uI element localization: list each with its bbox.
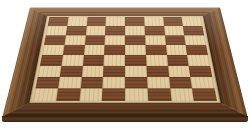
square-r8c7 bbox=[170, 89, 194, 101]
board-frame-top bbox=[28, 7, 222, 15]
square-r6c8 bbox=[189, 66, 212, 77]
square-r5c2 bbox=[61, 55, 83, 66]
square-r7c8 bbox=[190, 77, 214, 89]
square-r2c2 bbox=[66, 26, 87, 35]
square-r5c3 bbox=[82, 55, 104, 66]
square-r8c1 bbox=[33, 89, 58, 101]
square-r2c7 bbox=[164, 26, 185, 35]
square-r7c4 bbox=[103, 77, 125, 89]
square-r5c6 bbox=[146, 55, 168, 66]
square-r7c6 bbox=[147, 77, 170, 89]
square-r4c3 bbox=[84, 45, 105, 55]
product-photo bbox=[0, 0, 250, 134]
square-r8c8 bbox=[192, 89, 217, 101]
square-r8c2 bbox=[56, 89, 80, 101]
square-r1c5 bbox=[125, 17, 144, 26]
square-r1c4 bbox=[106, 17, 125, 26]
square-r7c7 bbox=[169, 77, 193, 89]
square-r1c2 bbox=[67, 17, 87, 26]
square-r1c1 bbox=[48, 17, 69, 26]
square-r5c5 bbox=[125, 55, 146, 66]
square-r6c1 bbox=[38, 66, 61, 77]
square-r7c3 bbox=[80, 77, 103, 89]
square-r8c6 bbox=[147, 89, 171, 101]
square-r1c3 bbox=[86, 17, 106, 26]
square-r1c7 bbox=[163, 17, 183, 26]
square-r7c1 bbox=[35, 77, 59, 89]
square-r5c1 bbox=[40, 55, 63, 66]
square-r2c5 bbox=[125, 26, 145, 35]
square-r8c5 bbox=[125, 89, 148, 101]
board-side-edge bbox=[2, 116, 248, 122]
chess-board bbox=[3, 7, 248, 116]
perspective-stage bbox=[0, 0, 250, 122]
square-r1c8 bbox=[182, 17, 203, 26]
square-r8c3 bbox=[79, 89, 103, 101]
square-r6c7 bbox=[168, 66, 191, 77]
square-r6c5 bbox=[125, 66, 147, 77]
square-r3c6 bbox=[145, 35, 166, 45]
square-r2c4 bbox=[105, 26, 125, 35]
square-r3c8 bbox=[184, 35, 206, 45]
square-r6c4 bbox=[103, 66, 125, 77]
square-r4c5 bbox=[125, 45, 146, 55]
square-r4c1 bbox=[42, 45, 64, 55]
square-r1c6 bbox=[144, 17, 164, 26]
square-r2c6 bbox=[144, 26, 164, 35]
square-r4c7 bbox=[166, 45, 188, 55]
square-r6c3 bbox=[81, 66, 103, 77]
square-r8c4 bbox=[102, 89, 125, 101]
square-r6c2 bbox=[60, 66, 83, 77]
square-r2c8 bbox=[183, 26, 204, 35]
square-r4c4 bbox=[104, 45, 125, 55]
square-r5c4 bbox=[104, 55, 125, 66]
square-r5c7 bbox=[167, 55, 189, 66]
square-r2c3 bbox=[85, 26, 105, 35]
board-squares bbox=[33, 17, 217, 101]
square-r3c5 bbox=[125, 35, 145, 45]
square-r2c1 bbox=[46, 26, 67, 35]
square-r4c2 bbox=[63, 45, 85, 55]
square-r3c2 bbox=[64, 35, 85, 45]
square-r6c6 bbox=[146, 66, 168, 77]
square-r3c7 bbox=[165, 35, 186, 45]
square-r7c2 bbox=[58, 77, 82, 89]
square-r4c8 bbox=[186, 45, 208, 55]
square-r3c4 bbox=[105, 35, 125, 45]
square-r4c6 bbox=[145, 45, 166, 55]
square-r3c1 bbox=[44, 35, 66, 45]
board-frame-bottom bbox=[3, 103, 248, 116]
square-r7c5 bbox=[125, 77, 147, 89]
square-r5c8 bbox=[187, 55, 210, 66]
square-r3c3 bbox=[84, 35, 105, 45]
